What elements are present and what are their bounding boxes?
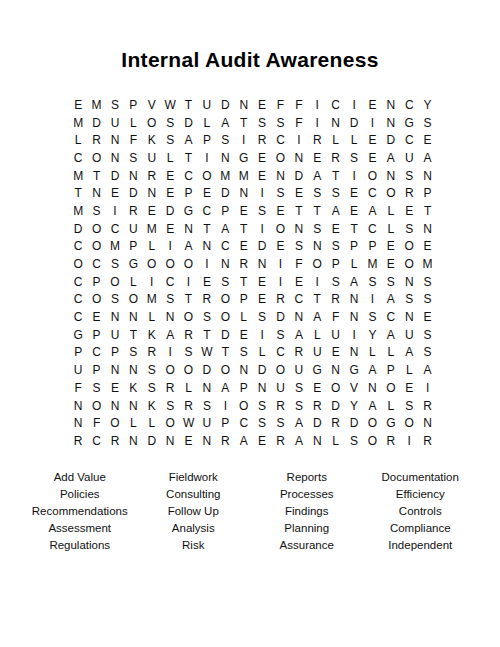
word-item: Controls bbox=[366, 503, 476, 520]
grid-cell-r5c16: I bbox=[345, 167, 363, 185]
grid-cell-r20c3: R bbox=[106, 432, 124, 450]
grid-cell-r20c2: C bbox=[87, 432, 105, 450]
word-item: Regulations bbox=[25, 537, 135, 554]
grid-cell-r10c17: M bbox=[363, 255, 381, 273]
grid-cell-r12c17: I bbox=[363, 291, 381, 309]
grid-cell-r13c8: S bbox=[198, 308, 216, 326]
grid-cell-r6c16: E bbox=[345, 184, 363, 202]
grid-cell-r7c14: T bbox=[308, 202, 326, 220]
grid-cell-r19c2: F bbox=[87, 414, 105, 432]
grid-cell-r17c19: E bbox=[400, 379, 418, 397]
grid-cell-r15c19: A bbox=[400, 344, 418, 362]
grid-cell-r3c17: E bbox=[363, 131, 381, 149]
grid-cell-r13c15: F bbox=[326, 308, 344, 326]
grid-cell-r10c10: R bbox=[235, 255, 253, 273]
grid-cell-r9c7: A bbox=[179, 238, 197, 256]
grid-cell-r16c7: O bbox=[179, 361, 197, 379]
grid-cell-r4c16: S bbox=[345, 149, 363, 167]
grid-cell-r14c5: K bbox=[143, 326, 161, 344]
grid-cell-r10c9: N bbox=[216, 255, 234, 273]
grid-cell-r9c18: E bbox=[382, 238, 400, 256]
grid-cell-r4c8: I bbox=[198, 149, 216, 167]
grid-cell-r18c7: R bbox=[179, 397, 197, 415]
grid-cell-r18c14: R bbox=[308, 397, 326, 415]
grid-cell-r12c10: P bbox=[235, 291, 253, 309]
grid-cell-r15c7: S bbox=[179, 344, 197, 362]
grid-cell-r20c11: E bbox=[253, 432, 271, 450]
grid-cell-r1c14: I bbox=[308, 96, 326, 114]
grid-cell-r20c7: E bbox=[179, 432, 197, 450]
grid-cell-r13c3: N bbox=[106, 308, 124, 326]
grid-cell-r16c18: P bbox=[382, 361, 400, 379]
word-item: Assessment bbox=[25, 520, 135, 537]
word-item: Fieldwork bbox=[139, 469, 249, 486]
grid-cell-r12c2: O bbox=[87, 291, 105, 309]
grid-cell-r5c19: S bbox=[400, 167, 418, 185]
grid-cell-r2c13: F bbox=[290, 114, 308, 132]
grid-cell-r14c8: T bbox=[198, 326, 216, 344]
grid-cell-r12c19: S bbox=[400, 291, 418, 309]
grid-cell-r14c18: A bbox=[382, 326, 400, 344]
grid-cell-r20c20: R bbox=[418, 432, 436, 450]
word-item: Recommendations bbox=[25, 503, 135, 520]
word-item: Consulting bbox=[139, 486, 249, 503]
grid-cell-r1c19: C bbox=[400, 96, 418, 114]
grid-cell-r18c4: N bbox=[124, 397, 142, 415]
grid-cell-r11c16: A bbox=[345, 273, 363, 291]
grid-cell-r11c14: I bbox=[308, 273, 326, 291]
grid-cell-r10c15: P bbox=[326, 255, 344, 273]
grid-cell-r12c18: A bbox=[382, 291, 400, 309]
grid-cell-r13c14: A bbox=[308, 308, 326, 326]
grid-cell-r5c17: O bbox=[363, 167, 381, 185]
grid-cell-r14c16: I bbox=[345, 326, 363, 344]
grid-cell-r11c3: O bbox=[106, 273, 124, 291]
grid-cell-r1c3: S bbox=[106, 96, 124, 114]
grid-cell-r17c1: F bbox=[69, 379, 87, 397]
grid-cell-r9c6: I bbox=[161, 238, 179, 256]
grid-cell-r13c13: N bbox=[290, 308, 308, 326]
grid-cell-r15c3: P bbox=[106, 344, 124, 362]
grid-cell-r14c12: S bbox=[271, 326, 289, 344]
grid-cell-r3c1: L bbox=[69, 131, 87, 149]
grid-cell-r17c14: E bbox=[308, 379, 326, 397]
grid-cell-r6c9: D bbox=[216, 184, 234, 202]
grid-cell-r2c7: D bbox=[179, 114, 197, 132]
worksheet-page: Internal Audit Awareness EMSPVWTUDNEFFIC… bbox=[0, 0, 500, 647]
grid-cell-r13c19: N bbox=[400, 308, 418, 326]
grid-cell-r10c13: F bbox=[290, 255, 308, 273]
grid-cell-r16c6: O bbox=[161, 361, 179, 379]
grid-cell-r17c15: O bbox=[326, 379, 344, 397]
grid-cell-r19c10: C bbox=[235, 414, 253, 432]
grid-cell-r18c19: S bbox=[400, 397, 418, 415]
grid-cell-r9c3: M bbox=[106, 238, 124, 256]
grid-cell-r16c17: A bbox=[363, 361, 381, 379]
grid-cell-r11c7: I bbox=[179, 273, 197, 291]
grid-cell-r2c2: D bbox=[87, 114, 105, 132]
grid-cell-r5c8: O bbox=[198, 167, 216, 185]
grid-cell-r16c2: P bbox=[87, 361, 105, 379]
grid-cell-r20c12: R bbox=[271, 432, 289, 450]
grid-cell-r4c13: N bbox=[290, 149, 308, 167]
grid-cell-r16c19: L bbox=[400, 361, 418, 379]
grid-cell-r12c12: R bbox=[271, 291, 289, 309]
word-item: Assurance bbox=[252, 537, 362, 554]
grid-cell-r9c9: C bbox=[216, 238, 234, 256]
word-item: Processes bbox=[252, 486, 362, 503]
grid-cell-r15c13: R bbox=[290, 344, 308, 362]
grid-cell-r1c17: E bbox=[363, 96, 381, 114]
grid-cell-r9c10: E bbox=[235, 238, 253, 256]
grid-cell-r14c20: S bbox=[418, 326, 436, 344]
grid-cell-r10c12: I bbox=[271, 255, 289, 273]
grid-cell-r9c16: P bbox=[345, 238, 363, 256]
grid-cell-r13c10: L bbox=[235, 308, 253, 326]
grid-cell-r20c14: N bbox=[308, 432, 326, 450]
grid-cell-r20c10: A bbox=[235, 432, 253, 450]
grid-cell-r8c19: S bbox=[400, 220, 418, 238]
grid-cell-r10c6: O bbox=[161, 255, 179, 273]
grid-cell-r15c14: U bbox=[308, 344, 326, 362]
grid-cell-r7c3: I bbox=[106, 202, 124, 220]
grid-cell-r1c9: D bbox=[216, 96, 234, 114]
grid-cell-r18c15: D bbox=[326, 397, 344, 415]
grid-cell-r4c1: C bbox=[69, 149, 87, 167]
grid-cell-r13c6: N bbox=[161, 308, 179, 326]
grid-cell-r2c11: S bbox=[253, 114, 271, 132]
grid-cell-r20c15: L bbox=[326, 432, 344, 450]
grid-cell-r19c15: R bbox=[326, 414, 344, 432]
grid-cell-r17c10: P bbox=[235, 379, 253, 397]
grid-cell-r12c11: E bbox=[253, 291, 271, 309]
grid-cell-r5c11: E bbox=[253, 167, 271, 185]
grid-cell-r6c11: I bbox=[253, 184, 271, 202]
grid-cell-r9c4: P bbox=[124, 238, 142, 256]
grid-cell-r5c2: T bbox=[87, 167, 105, 185]
grid-cell-r7c18: L bbox=[382, 202, 400, 220]
grid-cell-r6c5: N bbox=[143, 184, 161, 202]
grid-cell-r13c18: C bbox=[382, 308, 400, 326]
grid-cell-r6c13: E bbox=[290, 184, 308, 202]
grid-cell-r16c8: D bbox=[198, 361, 216, 379]
grid-cell-r15c1: P bbox=[69, 344, 87, 362]
grid-cell-r2c9: A bbox=[216, 114, 234, 132]
grid-cell-r14c17: Y bbox=[363, 326, 381, 344]
grid-cell-r4c9: N bbox=[216, 149, 234, 167]
grid-cell-r17c9: A bbox=[216, 379, 234, 397]
grid-cell-r18c8: S bbox=[198, 397, 216, 415]
grid-cell-r2c20: S bbox=[418, 114, 436, 132]
grid-cell-r7c10: E bbox=[235, 202, 253, 220]
grid-cell-r12c6: S bbox=[161, 291, 179, 309]
grid-cell-r18c1: N bbox=[69, 397, 87, 415]
grid-cell-r14c13: A bbox=[290, 326, 308, 344]
grid-cell-r3c7: A bbox=[179, 131, 197, 149]
grid-cell-r11c9: S bbox=[216, 273, 234, 291]
grid-cell-r5c5: R bbox=[143, 167, 161, 185]
grid-cell-r6c18: O bbox=[382, 184, 400, 202]
grid-cell-r11c18: S bbox=[382, 273, 400, 291]
grid-cell-r5c9: M bbox=[216, 167, 234, 185]
word-item: Analysis bbox=[139, 520, 249, 537]
grid-cell-r14c1: G bbox=[69, 326, 87, 344]
grid-cell-r1c15: C bbox=[326, 96, 344, 114]
grid-cell-r8c4: U bbox=[124, 220, 142, 238]
grid-cell-r2c3: U bbox=[106, 114, 124, 132]
grid-cell-r6c6: E bbox=[161, 184, 179, 202]
grid-cell-r9c5: L bbox=[143, 238, 161, 256]
grid-cell-r13c17: S bbox=[363, 308, 381, 326]
grid-cell-r11c2: P bbox=[87, 273, 105, 291]
grid-cell-r15c18: L bbox=[382, 344, 400, 362]
grid-cell-r17c3: E bbox=[106, 379, 124, 397]
grid-cell-r16c5: S bbox=[143, 361, 161, 379]
grid-cell-r19c14: D bbox=[308, 414, 326, 432]
grid-cell-r6c3: E bbox=[106, 184, 124, 202]
grid-cell-r5c20: N bbox=[418, 167, 436, 185]
grid-cell-r19c3: O bbox=[106, 414, 124, 432]
grid-cell-r12c15: R bbox=[326, 291, 344, 309]
grid-cell-r15c8: W bbox=[198, 344, 216, 362]
grid-cell-r19c17: O bbox=[363, 414, 381, 432]
grid-cell-r1c10: N bbox=[235, 96, 253, 114]
grid-cell-r15c20: S bbox=[418, 344, 436, 362]
grid-cell-r10c1: O bbox=[69, 255, 87, 273]
grid-cell-r4c15: R bbox=[326, 149, 344, 167]
grid-cell-r14c4: T bbox=[124, 326, 142, 344]
grid-cell-r3c11: R bbox=[253, 131, 271, 149]
grid-cell-r19c19: O bbox=[400, 414, 418, 432]
grid-cell-r15c12: C bbox=[271, 344, 289, 362]
grid-cell-r5c10: M bbox=[235, 167, 253, 185]
word-list: Add ValuePoliciesRecommendationsAssessme… bbox=[25, 469, 475, 554]
grid-cell-r12c14: T bbox=[308, 291, 326, 309]
grid-cell-r1c12: F bbox=[271, 96, 289, 114]
grid-cell-r20c8: N bbox=[198, 432, 216, 450]
grid-cell-r8c5: M bbox=[143, 220, 161, 238]
grid-cell-r6c17: C bbox=[363, 184, 381, 202]
grid-cell-r2c18: N bbox=[382, 114, 400, 132]
grid-cell-r20c16: S bbox=[345, 432, 363, 450]
grid-cell-r4c20: A bbox=[418, 149, 436, 167]
grid-cell-r3c15: L bbox=[326, 131, 344, 149]
grid-cell-r9c13: S bbox=[290, 238, 308, 256]
grid-cell-r12c16: N bbox=[345, 291, 363, 309]
grid-cell-r4c3: N bbox=[106, 149, 124, 167]
grid-cell-r9c14: N bbox=[308, 238, 326, 256]
grid-cell-r18c12: R bbox=[271, 397, 289, 415]
grid-cell-r10c8: I bbox=[198, 255, 216, 273]
grid-cell-r3c20: E bbox=[418, 131, 436, 149]
grid-cell-r4c2: O bbox=[87, 149, 105, 167]
word-item: Findings bbox=[252, 503, 362, 520]
grid-cell-r6c20: P bbox=[418, 184, 436, 202]
grid-cell-r3c18: D bbox=[382, 131, 400, 149]
grid-cell-r5c4: N bbox=[124, 167, 142, 185]
grid-cell-r16c20: A bbox=[418, 361, 436, 379]
grid-cell-r5c13: D bbox=[290, 167, 308, 185]
grid-cell-r4c4: S bbox=[124, 149, 142, 167]
grid-cell-r13c9: O bbox=[216, 308, 234, 326]
grid-cell-r14c15: U bbox=[326, 326, 344, 344]
grid-cell-r15c2: C bbox=[87, 344, 105, 362]
grid-cell-r19c7: W bbox=[179, 414, 197, 432]
grid-cell-r8c10: T bbox=[235, 220, 253, 238]
grid-cell-r3c5: K bbox=[143, 131, 161, 149]
grid-cell-r7c4: R bbox=[124, 202, 142, 220]
grid-cell-r1c13: F bbox=[290, 96, 308, 114]
grid-cell-r5c1: M bbox=[69, 167, 87, 185]
word-list-column-4: DocumentationEfficiencyControlsComplianc… bbox=[366, 469, 476, 554]
grid-cell-r4c5: U bbox=[143, 149, 161, 167]
word-item: Follow Up bbox=[139, 503, 249, 520]
grid-cell-r1c7: T bbox=[179, 96, 197, 114]
grid-cell-r1c11: E bbox=[253, 96, 271, 114]
grid-cell-r18c6: S bbox=[161, 397, 179, 415]
grid-cell-r1c16: I bbox=[345, 96, 363, 114]
word-list-column-2: FieldworkConsultingFollow UpAnalysisRisk bbox=[139, 469, 249, 554]
grid-cell-r4c10: G bbox=[235, 149, 253, 167]
grid-cell-r14c14: L bbox=[308, 326, 326, 344]
grid-cell-r9c8: N bbox=[198, 238, 216, 256]
grid-cell-r11c10: T bbox=[235, 273, 253, 291]
grid-cell-r19c11: S bbox=[253, 414, 271, 432]
grid-cell-r1c6: W bbox=[161, 96, 179, 114]
grid-cell-r7c6: D bbox=[161, 202, 179, 220]
grid-cell-r18c17: A bbox=[363, 397, 381, 415]
grid-cell-r17c5: S bbox=[143, 379, 161, 397]
grid-cell-r11c20: S bbox=[418, 273, 436, 291]
grid-cell-r2c16: D bbox=[345, 114, 363, 132]
grid-cell-r17c18: O bbox=[382, 379, 400, 397]
grid-cell-r17c11: N bbox=[253, 379, 271, 397]
grid-cell-r1c1: E bbox=[69, 96, 87, 114]
grid-cell-r4c12: O bbox=[271, 149, 289, 167]
grid-cell-r15c16: N bbox=[345, 344, 363, 362]
word-list-column-3: ReportsProcessesFindingsPlanningAssuranc… bbox=[252, 469, 362, 554]
word-item: Documentation bbox=[366, 469, 476, 486]
grid-cell-r6c8: E bbox=[198, 184, 216, 202]
grid-cell-r9c20: E bbox=[418, 238, 436, 256]
grid-cell-r11c11: E bbox=[253, 273, 271, 291]
grid-cell-r5c14: A bbox=[308, 167, 326, 185]
word-item: Efficiency bbox=[366, 486, 476, 503]
grid-cell-r7c2: S bbox=[87, 202, 105, 220]
grid-cell-r18c20: R bbox=[418, 397, 436, 415]
grid-cell-r18c5: K bbox=[143, 397, 161, 415]
grid-cell-r15c15: E bbox=[326, 344, 344, 362]
grid-cell-r12c5: M bbox=[143, 291, 161, 309]
grid-cell-r13c5: L bbox=[143, 308, 161, 326]
grid-cell-r15c4: S bbox=[124, 344, 142, 362]
grid-cell-r6c19: R bbox=[400, 184, 418, 202]
grid-cell-r12c9: O bbox=[216, 291, 234, 309]
grid-cell-r16c11: D bbox=[253, 361, 271, 379]
grid-cell-r17c7: L bbox=[179, 379, 197, 397]
grid-cell-r3c19: C bbox=[400, 131, 418, 149]
grid-cell-r7c17: A bbox=[363, 202, 381, 220]
grid-cell-r8c20: N bbox=[418, 220, 436, 238]
grid-cell-r12c20: S bbox=[418, 291, 436, 309]
grid-cell-r9c11: D bbox=[253, 238, 271, 256]
word-item: Compliance bbox=[366, 520, 476, 537]
grid-cell-r3c2: R bbox=[87, 131, 105, 149]
grid-cell-r10c4: G bbox=[124, 255, 142, 273]
grid-cell-r17c16: V bbox=[345, 379, 363, 397]
grid-cell-r18c10: O bbox=[235, 397, 253, 415]
word-list-column-1: Add ValuePoliciesRecommendationsAssessme… bbox=[25, 469, 135, 554]
grid-cell-r15c11: L bbox=[253, 344, 271, 362]
grid-cell-r14c9: D bbox=[216, 326, 234, 344]
grid-cell-r8c14: S bbox=[308, 220, 326, 238]
grid-cell-r17c8: N bbox=[198, 379, 216, 397]
grid-cell-r4c18: A bbox=[382, 149, 400, 167]
grid-cell-r10c2: C bbox=[87, 255, 105, 273]
grid-cell-r6c10: N bbox=[235, 184, 253, 202]
grid-cell-r19c13: A bbox=[290, 414, 308, 432]
grid-cell-r3c9: S bbox=[216, 131, 234, 149]
grid-cell-r2c19: G bbox=[400, 114, 418, 132]
grid-cell-r14c3: U bbox=[106, 326, 124, 344]
grid-cell-r19c5: L bbox=[143, 414, 161, 432]
word-item: Risk bbox=[139, 537, 249, 554]
grid-cell-r19c20: N bbox=[418, 414, 436, 432]
grid-cell-r20c6: N bbox=[161, 432, 179, 450]
grid-cell-r1c20: Y bbox=[418, 96, 436, 114]
word-item: Reports bbox=[252, 469, 362, 486]
grid-cell-r3c3: N bbox=[106, 131, 124, 149]
grid-cell-r4c14: E bbox=[308, 149, 326, 167]
grid-cell-r5c6: E bbox=[161, 167, 179, 185]
grid-cell-r2c4: L bbox=[124, 114, 142, 132]
grid-cell-r7c16: E bbox=[345, 202, 363, 220]
grid-cell-r1c8: U bbox=[198, 96, 216, 114]
grid-cell-r6c12: S bbox=[271, 184, 289, 202]
grid-cell-r13c16: N bbox=[345, 308, 363, 326]
grid-cell-r18c2: O bbox=[87, 397, 105, 415]
grid-cell-r20c9: R bbox=[216, 432, 234, 450]
grid-cell-r5c15: T bbox=[326, 167, 344, 185]
grid-cell-r19c9: P bbox=[216, 414, 234, 432]
grid-cell-r8c9: A bbox=[216, 220, 234, 238]
grid-cell-r8c3: C bbox=[106, 220, 124, 238]
grid-cell-r2c8: L bbox=[198, 114, 216, 132]
grid-cell-r10c3: S bbox=[106, 255, 124, 273]
grid-cell-r18c9: I bbox=[216, 397, 234, 415]
grid-cell-r11c12: I bbox=[271, 273, 289, 291]
grid-cell-r2c1: M bbox=[69, 114, 87, 132]
grid-cell-r11c6: C bbox=[161, 273, 179, 291]
grid-cell-r11c8: E bbox=[198, 273, 216, 291]
grid-cell-r12c3: S bbox=[106, 291, 124, 309]
grid-cell-r15c5: R bbox=[143, 344, 161, 362]
grid-cell-r9c12: E bbox=[271, 238, 289, 256]
grid-cell-r20c17: O bbox=[363, 432, 381, 450]
grid-cell-r4c7: T bbox=[179, 149, 197, 167]
grid-cell-r10c14: O bbox=[308, 255, 326, 273]
grid-cell-r2c6: S bbox=[161, 114, 179, 132]
grid-cell-r19c12: S bbox=[271, 414, 289, 432]
grid-cell-r16c13: U bbox=[290, 361, 308, 379]
grid-cell-r10c11: N bbox=[253, 255, 271, 273]
grid-cell-r5c18: N bbox=[382, 167, 400, 185]
grid-cell-r2c12: S bbox=[271, 114, 289, 132]
grid-cell-r13c4: N bbox=[124, 308, 142, 326]
grid-cell-r15c10: S bbox=[235, 344, 253, 362]
grid-cell-r8c13: N bbox=[290, 220, 308, 238]
grid-cell-r9c15: S bbox=[326, 238, 344, 256]
